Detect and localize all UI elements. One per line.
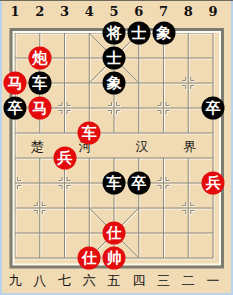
file-label-top-1: 1 <box>10 4 19 20</box>
black-soldier[interactable]: 卒 <box>202 97 225 120</box>
red-soldier[interactable]: 兵 <box>202 172 225 195</box>
red-advisor[interactable]: 仕 <box>78 247 101 270</box>
file-label-bottom-2: 八 <box>33 273 46 289</box>
file-label-top-3: 3 <box>60 4 69 20</box>
xiangqi-board-panel: 123456789 楚河汉界 将士象炮士马车象卒马卒车兵车卒兵仕仕帅 九八七六五… <box>0 0 233 295</box>
red-soldier[interactable]: 兵 <box>53 147 76 170</box>
file-label-top-7: 7 <box>159 4 168 20</box>
file-label-bottom-1: 九 <box>9 273 22 289</box>
black-soldier[interactable]: 卒 <box>127 172 150 195</box>
red-general[interactable]: 帅 <box>103 247 126 270</box>
black-elephant[interactable]: 象 <box>152 22 175 45</box>
file-label-bottom-3: 七 <box>58 273 71 289</box>
black-chariot[interactable]: 车 <box>28 72 51 95</box>
river-char-4: 界 <box>184 138 197 156</box>
file-label-bottom-4: 六 <box>83 273 96 289</box>
black-advisor[interactable]: 士 <box>127 22 150 45</box>
red-horse[interactable]: 马 <box>28 97 51 120</box>
river-char-3: 汉 <box>136 138 149 156</box>
file-label-bottom-5: 五 <box>108 273 121 289</box>
red-cannon[interactable]: 炮 <box>28 47 51 70</box>
black-soldier[interactable]: 卒 <box>4 97 27 120</box>
black-elephant[interactable]: 象 <box>103 72 126 95</box>
black-chariot[interactable]: 车 <box>103 172 126 195</box>
file-label-bottom-6: 四 <box>132 273 145 289</box>
file-label-top-8: 8 <box>184 4 193 20</box>
file-label-top-5: 5 <box>109 4 118 20</box>
black-advisor[interactable]: 士 <box>103 47 126 70</box>
file-label-top-2: 2 <box>35 4 44 20</box>
file-label-bottom-9: 一 <box>207 273 220 289</box>
red-chariot[interactable]: 车 <box>78 122 101 145</box>
red-advisor[interactable]: 仕 <box>103 222 126 245</box>
file-label-bottom-8: 二 <box>182 273 195 289</box>
file-label-top-6: 6 <box>134 4 143 20</box>
file-label-top-9: 9 <box>208 4 217 20</box>
river-char-1: 楚 <box>31 138 44 156</box>
red-horse[interactable]: 马 <box>4 72 27 95</box>
black-general[interactable]: 将 <box>103 22 126 45</box>
file-label-top-4: 4 <box>85 4 94 20</box>
file-label-bottom-7: 三 <box>157 273 170 289</box>
